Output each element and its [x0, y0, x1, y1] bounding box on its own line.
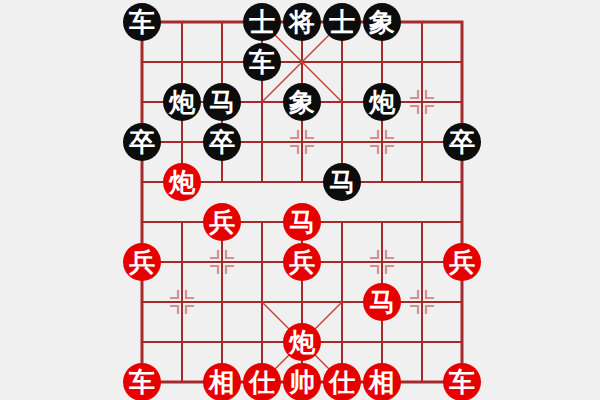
black-horse[interactable]: 马 [203, 83, 241, 121]
red-soldier[interactable]: 兵 [203, 203, 241, 241]
black-chariot[interactable]: 车 [243, 43, 281, 81]
red-cannon[interactable]: 炮 [283, 323, 321, 361]
black-cannon[interactable]: 炮 [363, 83, 401, 121]
red-elephant[interactable]: 相 [363, 363, 401, 400]
red-soldier[interactable]: 兵 [283, 243, 321, 281]
black-advisor[interactable]: 士 [323, 3, 361, 41]
pieces-layer: 车士将士象车炮马象炮卒卒卒马炮兵马兵兵兵马炮车相仕帅仕相车 [122, 2, 482, 400]
black-chariot[interactable]: 车 [123, 3, 161, 41]
red-soldier[interactable]: 兵 [123, 243, 161, 281]
black-soldier[interactable]: 卒 [443, 123, 481, 161]
black-elephant[interactable]: 象 [283, 83, 321, 121]
red-advisor[interactable]: 仕 [243, 363, 281, 400]
black-soldier[interactable]: 卒 [203, 123, 241, 161]
red-soldier[interactable]: 兵 [443, 243, 481, 281]
red-advisor[interactable]: 仕 [323, 363, 361, 400]
red-horse[interactable]: 马 [283, 203, 321, 241]
red-general[interactable]: 帅 [283, 363, 321, 400]
black-horse[interactable]: 马 [323, 163, 361, 201]
red-chariot[interactable]: 车 [123, 363, 161, 400]
red-elephant[interactable]: 相 [203, 363, 241, 400]
red-horse[interactable]: 马 [363, 283, 401, 321]
black-cannon[interactable]: 炮 [163, 83, 201, 121]
xiangqi-board: 车士将士象车炮马象炮卒卒卒马炮兵马兵兵兵马炮车相仕帅仕相车 [122, 2, 482, 400]
black-advisor[interactable]: 士 [243, 3, 281, 41]
black-soldier[interactable]: 卒 [123, 123, 161, 161]
xiangqi-app: 车士将士象车炮马象炮卒卒卒马炮兵马兵兵兵马炮车相仕帅仕相车 [0, 0, 600, 400]
red-cannon[interactable]: 炮 [163, 163, 201, 201]
black-general[interactable]: 将 [283, 3, 321, 41]
black-elephant[interactable]: 象 [363, 3, 401, 41]
red-chariot[interactable]: 车 [443, 363, 481, 400]
